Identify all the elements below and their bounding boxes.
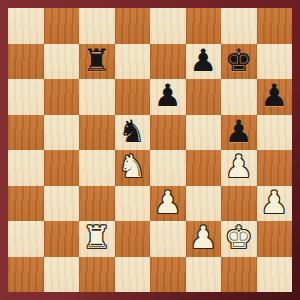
square-c4[interactable]	[79, 150, 115, 186]
square-a7[interactable]	[8, 44, 44, 80]
square-e6[interactable]: ♟	[150, 79, 186, 115]
square-b6[interactable]	[44, 79, 80, 115]
square-b4[interactable]	[44, 150, 80, 186]
square-b2[interactable]	[44, 221, 80, 257]
square-f1[interactable]	[186, 257, 222, 293]
piece-black-knight[interactable]: ♞	[118, 116, 146, 147]
square-h2[interactable]	[257, 221, 293, 257]
piece-white-pawn[interactable]: ♟	[225, 151, 253, 182]
square-d6[interactable]	[115, 79, 151, 115]
square-f7[interactable]: ♟	[186, 44, 222, 80]
square-b1[interactable]	[44, 257, 80, 293]
square-b5[interactable]	[44, 115, 80, 151]
piece-white-rook[interactable]: ♜	[83, 222, 111, 253]
piece-white-knight[interactable]: ♞	[118, 151, 146, 182]
piece-white-king[interactable]: ♚	[225, 222, 253, 253]
square-d5[interactable]: ♞	[115, 115, 151, 151]
square-e8[interactable]	[150, 8, 186, 44]
square-h5[interactable]	[257, 115, 293, 151]
square-e1[interactable]	[150, 257, 186, 293]
square-g8[interactable]	[221, 8, 257, 44]
square-d4[interactable]: ♞	[115, 150, 151, 186]
square-h8[interactable]	[257, 8, 293, 44]
square-e2[interactable]	[150, 221, 186, 257]
square-g5[interactable]: ♟	[221, 115, 257, 151]
square-d3[interactable]	[115, 186, 151, 222]
piece-black-king[interactable]: ♚	[225, 45, 253, 76]
piece-white-pawn[interactable]: ♟	[154, 187, 182, 218]
square-g4[interactable]: ♟	[221, 150, 257, 186]
piece-white-pawn[interactable]: ♟	[260, 187, 288, 218]
square-f3[interactable]	[186, 186, 222, 222]
square-f2[interactable]: ♟	[186, 221, 222, 257]
piece-black-pawn[interactable]: ♟	[189, 45, 217, 76]
square-c3[interactable]	[79, 186, 115, 222]
square-f4[interactable]	[186, 150, 222, 186]
square-h1[interactable]	[257, 257, 293, 293]
chess-board-frame: ♜♟♚♟♟♞♟♞♟♟♟♜♟♚	[0, 0, 300, 300]
square-a2[interactable]	[8, 221, 44, 257]
square-c1[interactable]	[79, 257, 115, 293]
square-b8[interactable]	[44, 8, 80, 44]
square-f6[interactable]	[186, 79, 222, 115]
square-e5[interactable]	[150, 115, 186, 151]
square-f5[interactable]	[186, 115, 222, 151]
square-g1[interactable]	[221, 257, 257, 293]
square-d8[interactable]	[115, 8, 151, 44]
square-g7[interactable]: ♚	[221, 44, 257, 80]
square-a1[interactable]	[8, 257, 44, 293]
square-b7[interactable]	[44, 44, 80, 80]
square-a6[interactable]	[8, 79, 44, 115]
square-h6[interactable]: ♟	[257, 79, 293, 115]
square-e7[interactable]	[150, 44, 186, 80]
chess-board: ♜♟♚♟♟♞♟♞♟♟♟♜♟♚	[8, 8, 292, 292]
square-h7[interactable]	[257, 44, 293, 80]
square-a3[interactable]	[8, 186, 44, 222]
piece-black-rook[interactable]: ♜	[83, 45, 111, 76]
piece-black-pawn[interactable]: ♟	[225, 116, 253, 147]
piece-black-pawn[interactable]: ♟	[260, 80, 288, 111]
square-a5[interactable]	[8, 115, 44, 151]
square-g3[interactable]	[221, 186, 257, 222]
square-e3[interactable]: ♟	[150, 186, 186, 222]
square-d1[interactable]	[115, 257, 151, 293]
square-g2[interactable]: ♚	[221, 221, 257, 257]
square-d2[interactable]	[115, 221, 151, 257]
square-a8[interactable]	[8, 8, 44, 44]
piece-black-pawn[interactable]: ♟	[154, 80, 182, 111]
square-c7[interactable]: ♜	[79, 44, 115, 80]
square-g6[interactable]	[221, 79, 257, 115]
square-d7[interactable]	[115, 44, 151, 80]
square-c8[interactable]	[79, 8, 115, 44]
square-b3[interactable]	[44, 186, 80, 222]
square-f8[interactable]	[186, 8, 222, 44]
piece-white-pawn[interactable]: ♟	[189, 222, 217, 253]
square-e4[interactable]	[150, 150, 186, 186]
square-h3[interactable]: ♟	[257, 186, 293, 222]
square-h4[interactable]	[257, 150, 293, 186]
square-c2[interactable]: ♜	[79, 221, 115, 257]
square-c5[interactable]	[79, 115, 115, 151]
square-c6[interactable]	[79, 79, 115, 115]
square-a4[interactable]	[8, 150, 44, 186]
